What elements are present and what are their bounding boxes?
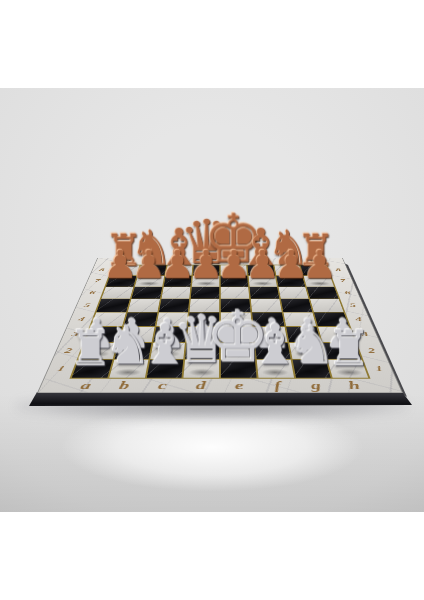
rank-label-right-6: 6 (344, 290, 352, 295)
rank-label-left-6: 6 (88, 290, 96, 295)
rank-label-left-7: 7 (93, 278, 100, 283)
photo-area: hgfedcba 87654321 87654321 abcdefgh ♜♞♝♛… (0, 88, 424, 512)
file-labels-near: abcdefgh (64, 379, 376, 392)
rank-label-left-5: 5 (83, 303, 91, 309)
piece-copper-pawn-h7: ♟ (302, 245, 337, 284)
file-label-h: h (347, 380, 362, 392)
square-h7: ♟ (304, 276, 334, 287)
square-d7: ♟ (192, 276, 219, 287)
square-b6 (131, 287, 161, 299)
square-c6 (161, 287, 190, 299)
file-label-g: g (309, 380, 322, 392)
file-label-f: f (273, 380, 281, 392)
rank-label-right-1: 1 (374, 365, 384, 373)
square-f7: ♟ (248, 276, 276, 287)
square-g6 (278, 287, 308, 299)
file-label-c: c (157, 380, 167, 392)
rank-label-right-7: 7 (339, 278, 346, 283)
square-g1: ♞ (292, 360, 331, 378)
file-label-d: d (196, 380, 206, 392)
file-label-e: e (235, 380, 244, 392)
file-label-a: a (79, 380, 93, 392)
square-e7: ♟ (221, 276, 248, 287)
square-a6 (101, 287, 133, 299)
square-c7: ♟ (163, 276, 191, 287)
square-g7: ♟ (276, 276, 305, 287)
scene: hgfedcba 87654321 87654321 abcdefgh ♜♞♝♛… (0, 88, 424, 512)
chess-board: hgfedcba 87654321 87654321 abcdefgh ♜♞♝♛… (37, 258, 403, 393)
board-squares: ♜♞♝♛♚♝♞♜♟♟♟♟♟♟♟♟♟♟♟♟♟♟♟♟♜♞♝♛♚♝♞♜ (69, 265, 370, 379)
file-label-b: b (118, 380, 131, 392)
square-h6 (307, 287, 339, 299)
square-h1: ♜ (328, 360, 368, 378)
piece-silver-rook-h1: ♜ (327, 323, 371, 372)
rank-label-right-5: 5 (349, 303, 357, 309)
rank-label-left-1: 1 (56, 365, 66, 373)
